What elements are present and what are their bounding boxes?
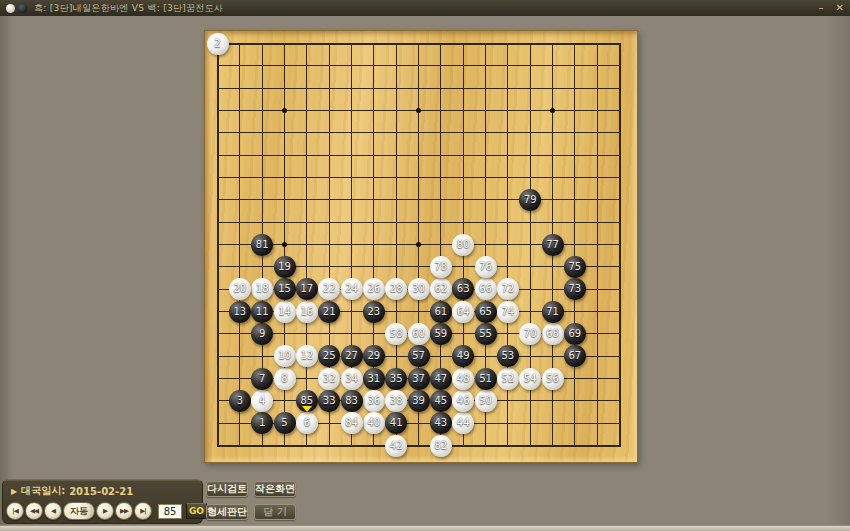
stone-white-2: 2 bbox=[207, 33, 229, 55]
small-screen-button[interactable]: 작은화면 bbox=[254, 481, 296, 497]
go-board-grid[interactable]: 1234567891011121314151617181920212223242… bbox=[217, 43, 621, 447]
stone-black-61: 61 bbox=[430, 301, 452, 323]
nav-last-button[interactable]: ▶| bbox=[134, 502, 152, 520]
stone-white-38: 38 bbox=[385, 390, 407, 412]
go-button[interactable]: GO bbox=[186, 503, 207, 519]
star-point bbox=[282, 108, 287, 113]
stone-black-81: 81 bbox=[251, 234, 273, 256]
nav-prev-button[interactable]: ◀ bbox=[44, 502, 62, 520]
stone-white-10: 10 bbox=[274, 345, 296, 367]
nav-buttons: |◀◀◀◀자동▶▶▶▶|GO bbox=[6, 501, 207, 521]
stone-black-51: 51 bbox=[475, 368, 497, 390]
stone-black-9: 9 bbox=[251, 323, 273, 345]
action-buttons: 다시검토 작은화면 형세판단 닫 기 bbox=[206, 481, 296, 520]
star-point bbox=[550, 108, 555, 113]
stone-white-42: 42 bbox=[385, 435, 407, 457]
stone-black-17: 17 bbox=[296, 278, 318, 300]
stone-black-79: 79 bbox=[519, 189, 541, 211]
info-arrow-icon: ▶ bbox=[11, 487, 17, 496]
stone-black-5: 5 bbox=[274, 412, 296, 434]
stone-white-74: 74 bbox=[497, 301, 519, 323]
white-stone-icon bbox=[6, 4, 15, 13]
stone-black-1: 1 bbox=[251, 412, 273, 434]
stone-white-30: 30 bbox=[408, 278, 430, 300]
stone-white-16: 16 bbox=[296, 301, 318, 323]
stone-white-14: 14 bbox=[274, 301, 296, 323]
stone-white-8: 8 bbox=[274, 368, 296, 390]
stone-white-80: 80 bbox=[452, 234, 474, 256]
stone-white-56: 56 bbox=[542, 368, 564, 390]
stone-white-70: 70 bbox=[519, 323, 541, 345]
stone-white-6: 6 bbox=[296, 412, 318, 434]
stone-black-25: 25 bbox=[318, 345, 340, 367]
stone-black-23: 23 bbox=[363, 301, 385, 323]
stone-white-72: 72 bbox=[497, 278, 519, 300]
playback-panel: ▶ 대국일시: 2015-02-21 |◀◀◀◀자동▶▶▶▶|GO bbox=[2, 479, 203, 524]
close-button[interactable]: ✕ bbox=[836, 0, 844, 16]
stone-white-58: 58 bbox=[385, 323, 407, 345]
stone-black-39: 39 bbox=[408, 390, 430, 412]
game-date-label: 대국일시: bbox=[21, 484, 65, 498]
nav-first-button[interactable]: |◀ bbox=[6, 502, 24, 520]
stone-black-49: 49 bbox=[452, 345, 474, 367]
game-info: ▶ 대국일시: 2015-02-21 bbox=[11, 484, 133, 498]
stone-black-15: 15 bbox=[274, 278, 296, 300]
stone-black-71: 71 bbox=[542, 301, 564, 323]
stone-black-37: 37 bbox=[408, 368, 430, 390]
stone-black-65: 65 bbox=[475, 301, 497, 323]
black-stone-icon bbox=[18, 4, 27, 13]
stone-black-13: 13 bbox=[229, 301, 251, 323]
stone-black-43: 43 bbox=[430, 412, 452, 434]
stone-black-63: 63 bbox=[452, 278, 474, 300]
nav-auto-button[interactable]: 자동 bbox=[63, 502, 95, 520]
stone-black-83: 83 bbox=[341, 390, 363, 412]
star-point bbox=[416, 108, 421, 113]
stone-black-55: 55 bbox=[475, 323, 497, 345]
stone-white-46: 46 bbox=[452, 390, 474, 412]
last-move-marker bbox=[302, 406, 312, 412]
stone-white-22: 22 bbox=[318, 278, 340, 300]
title-bar: 흑: [3단]내일은한바엔 VS 백: [3단]꿈전도사 – ✕ bbox=[0, 0, 850, 16]
stone-black-7: 7 bbox=[251, 368, 273, 390]
stone-white-82: 82 bbox=[430, 435, 452, 457]
stone-white-48: 48 bbox=[452, 368, 474, 390]
stone-black-85: 85 bbox=[296, 390, 318, 412]
stone-black-45: 45 bbox=[430, 390, 452, 412]
stone-white-78: 78 bbox=[430, 256, 452, 278]
stone-white-62: 62 bbox=[430, 278, 452, 300]
nav-next-fast-button[interactable]: ▶▶ bbox=[115, 502, 133, 520]
stone-white-44: 44 bbox=[452, 412, 474, 434]
stone-white-66: 66 bbox=[475, 278, 497, 300]
stone-white-32: 32 bbox=[318, 368, 340, 390]
nav-prev-fast-button[interactable]: ◀◀ bbox=[25, 502, 43, 520]
minimize-button[interactable]: – bbox=[819, 0, 824, 16]
stone-black-3: 3 bbox=[229, 390, 251, 412]
stone-white-50: 50 bbox=[475, 390, 497, 412]
stone-white-20: 20 bbox=[229, 278, 251, 300]
stone-white-4: 4 bbox=[251, 390, 273, 412]
stone-black-35: 35 bbox=[385, 368, 407, 390]
stone-black-29: 29 bbox=[363, 345, 385, 367]
stone-white-12: 12 bbox=[296, 345, 318, 367]
stone-white-60: 60 bbox=[408, 323, 430, 345]
nav-next-button[interactable]: ▶ bbox=[96, 502, 114, 520]
stone-black-27: 27 bbox=[341, 345, 363, 367]
stone-white-28: 28 bbox=[385, 278, 407, 300]
stone-white-24: 24 bbox=[341, 278, 363, 300]
stone-white-76: 76 bbox=[475, 256, 497, 278]
stone-black-67: 67 bbox=[564, 345, 586, 367]
stone-black-69: 69 bbox=[564, 323, 586, 345]
stone-black-41: 41 bbox=[385, 412, 407, 434]
stone-white-26: 26 bbox=[363, 278, 385, 300]
stone-white-54: 54 bbox=[519, 368, 541, 390]
stone-white-52: 52 bbox=[497, 368, 519, 390]
star-point bbox=[282, 242, 287, 247]
stone-black-75: 75 bbox=[564, 256, 586, 278]
stone-white-64: 64 bbox=[452, 301, 474, 323]
window-title: 흑: [3단]내일은한바엔 VS 백: [3단]꿈전도사 bbox=[34, 2, 223, 15]
app-window: 흑: [3단]내일은한바엔 VS 백: [3단]꿈전도사 – ✕ 1234567… bbox=[0, 0, 850, 531]
stone-black-53: 53 bbox=[497, 345, 519, 367]
star-point bbox=[416, 242, 421, 247]
stone-black-59: 59 bbox=[430, 323, 452, 345]
stone-white-40: 40 bbox=[363, 412, 385, 434]
stone-white-34: 34 bbox=[341, 368, 363, 390]
close-panel-button[interactable]: 닫 기 bbox=[254, 504, 296, 520]
stone-black-57: 57 bbox=[408, 345, 430, 367]
stone-black-33: 33 bbox=[318, 390, 340, 412]
stone-white-36: 36 bbox=[363, 390, 385, 412]
game-date-value: 2015-02-21 bbox=[69, 486, 133, 497]
stone-black-77: 77 bbox=[542, 234, 564, 256]
move-number-input[interactable] bbox=[158, 504, 182, 519]
status-bar bbox=[0, 525, 850, 531]
review-again-button[interactable]: 다시검토 bbox=[206, 481, 248, 497]
stone-black-47: 47 bbox=[430, 368, 452, 390]
stone-white-18: 18 bbox=[251, 278, 273, 300]
stone-black-21: 21 bbox=[318, 301, 340, 323]
stone-black-11: 11 bbox=[251, 301, 273, 323]
stone-black-31: 31 bbox=[363, 368, 385, 390]
go-board[interactable]: 1234567891011121314151617181920212223242… bbox=[204, 30, 638, 463]
stone-white-84: 84 bbox=[341, 412, 363, 434]
stone-white-68: 68 bbox=[542, 323, 564, 345]
stone-black-19: 19 bbox=[274, 256, 296, 278]
stone-black-73: 73 bbox=[564, 278, 586, 300]
position-judgement-button[interactable]: 형세판단 bbox=[206, 504, 248, 520]
